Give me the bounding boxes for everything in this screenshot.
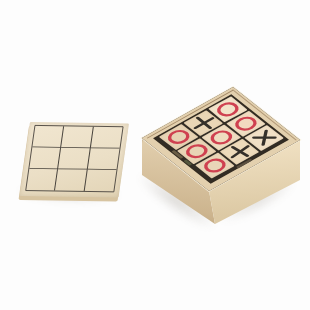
x-piece xyxy=(224,142,254,162)
lid-cell xyxy=(87,148,119,170)
lid-grid xyxy=(25,125,123,192)
lid-cell xyxy=(61,126,93,148)
lid-cell xyxy=(90,127,122,149)
lid-cell xyxy=(29,147,61,169)
lid-cell xyxy=(32,126,64,148)
box-top xyxy=(142,87,300,191)
lid-cell xyxy=(84,170,116,192)
lid-cell xyxy=(55,169,87,191)
lid-cell xyxy=(58,148,90,170)
tile-grid xyxy=(158,96,283,178)
product-photo-scene xyxy=(0,0,310,310)
lid-cell xyxy=(26,169,58,191)
lid-board xyxy=(20,122,130,198)
